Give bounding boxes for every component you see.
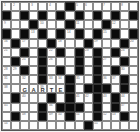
white-cell[interactable] (38, 93, 47, 102)
white-cell[interactable] (111, 39, 120, 48)
clue-number: 51 (76, 112, 79, 115)
clue-number: 11 (76, 21, 79, 24)
white-cell[interactable]: 29 (11, 66, 20, 75)
black-cell (20, 48, 29, 57)
clue-number: 50 (58, 112, 61, 115)
clue-number: 35 (76, 76, 79, 79)
cell-letter: R (41, 87, 45, 90)
cell-letter: E (59, 87, 63, 90)
white-cell[interactable] (120, 11, 129, 20)
clue-number: 19 (94, 39, 97, 42)
white-cell[interactable] (84, 20, 93, 29)
white-cell[interactable] (56, 57, 65, 66)
black-cell (93, 48, 102, 57)
black-cell (56, 11, 65, 20)
black-cell (38, 57, 47, 66)
white-cell[interactable] (129, 48, 138, 57)
black-cell (56, 48, 65, 57)
clue-number: 7 (103, 3, 105, 6)
white-cell[interactable] (29, 39, 38, 48)
white-cell[interactable] (47, 11, 56, 20)
white-cell[interactable]: 16 (2, 39, 11, 48)
clue-number: 29 (13, 67, 16, 70)
clue-number: 9 (4, 21, 6, 24)
black-cell (120, 57, 129, 66)
clue-number: 26 (49, 57, 52, 60)
black-cell (38, 29, 47, 38)
crossword-board: 1234567891011121314151617181920212223242… (1, 1, 139, 131)
white-cell[interactable]: 28 (2, 66, 11, 75)
clue-number: 47 (121, 103, 124, 106)
black-cell (111, 48, 120, 57)
white-cell[interactable] (84, 66, 93, 75)
clue-number: 17 (22, 39, 25, 42)
white-cell[interactable] (65, 39, 74, 48)
black-cell (75, 48, 84, 57)
black-cell (75, 57, 84, 66)
white-cell[interactable] (29, 75, 38, 84)
white-cell[interactable] (11, 84, 20, 93)
black-cell (20, 66, 29, 75)
white-cell[interactable]: 32 (20, 75, 29, 84)
black-cell (56, 29, 65, 38)
white-cell[interactable]: 35 (75, 75, 84, 84)
white-cell[interactable] (56, 2, 65, 11)
clue-number: 27 (103, 57, 106, 60)
black-cell (11, 93, 20, 102)
white-cell[interactable] (75, 84, 84, 93)
clue-number: 36 (103, 76, 106, 79)
white-cell[interactable] (129, 93, 138, 102)
black-cell (75, 29, 84, 38)
white-cell[interactable] (2, 112, 11, 121)
black-cell (47, 39, 56, 48)
white-cell[interactable] (65, 57, 74, 66)
white-cell[interactable] (38, 2, 47, 11)
white-cell[interactable] (47, 121, 56, 130)
white-cell[interactable]: 45 (2, 103, 11, 112)
white-cell[interactable] (129, 57, 138, 66)
white-cell[interactable] (111, 57, 120, 66)
black-cell (102, 84, 111, 93)
black-cell (20, 29, 29, 38)
white-cell[interactable]: 44 (120, 93, 129, 102)
clue-number: 54 (4, 121, 7, 124)
white-cell[interactable]: 11 (75, 20, 84, 29)
white-cell[interactable]: 41 (75, 93, 84, 102)
white-cell[interactable] (75, 39, 84, 48)
white-cell[interactable] (56, 93, 65, 102)
clue-number: 49 (49, 112, 52, 115)
white-cell[interactable] (2, 57, 11, 66)
clue-number: 2 (13, 3, 15, 6)
white-cell[interactable] (129, 84, 138, 93)
white-cell[interactable]: 39R (38, 84, 47, 93)
white-cell[interactable]: 34 (56, 75, 65, 84)
black-cell (2, 29, 11, 38)
black-cell (93, 103, 102, 112)
white-cell[interactable]: 27 (102, 57, 111, 66)
white-cell[interactable]: 36 (102, 75, 111, 84)
white-cell[interactable]: 5 (75, 2, 84, 11)
clue-number: 5 (76, 3, 78, 6)
clue-number: 20 (130, 39, 133, 42)
clue-number: 53 (112, 112, 115, 115)
black-cell (93, 93, 102, 102)
black-cell (84, 84, 93, 93)
white-cell[interactable] (29, 103, 38, 112)
black-cell (38, 112, 47, 121)
white-cell[interactable] (56, 121, 65, 130)
black-cell (47, 93, 56, 102)
white-cell[interactable] (11, 48, 20, 57)
white-cell[interactable]: 9 (2, 20, 11, 29)
clue-number: 15 (103, 30, 106, 33)
clue-number: 14 (67, 30, 70, 33)
clue-number: 4 (49, 3, 51, 6)
white-cell[interactable]: 47 (120, 103, 129, 112)
black-cell (120, 84, 129, 93)
black-cell (120, 39, 129, 48)
white-cell[interactable]: 4 (47, 2, 56, 11)
white-cell[interactable] (102, 121, 111, 130)
white-cell[interactable] (84, 29, 93, 38)
clue-number: 18 (58, 39, 61, 42)
clue-number: 24 (121, 48, 124, 51)
white-cell[interactable]: 12 (111, 20, 120, 29)
white-cell[interactable] (129, 112, 138, 121)
white-cell[interactable] (129, 103, 138, 112)
white-cell[interactable] (102, 48, 111, 57)
clue-number: 22 (49, 48, 52, 51)
white-cell[interactable] (11, 103, 20, 112)
clue-number: 38 (4, 85, 7, 88)
black-cell (38, 11, 47, 20)
white-cell[interactable] (111, 121, 120, 130)
white-cell[interactable] (65, 48, 74, 57)
white-cell[interactable] (102, 66, 111, 75)
white-cell[interactable] (84, 57, 93, 66)
white-cell[interactable]: 53 (111, 112, 120, 121)
white-cell[interactable] (2, 93, 11, 102)
black-cell (75, 11, 84, 20)
clue-number: 1 (4, 3, 6, 6)
white-cell[interactable]: 14 (65, 29, 74, 38)
white-cell[interactable] (11, 29, 20, 38)
black-cell (65, 20, 74, 29)
cell-letter: G (23, 87, 27, 90)
clue-number: 10 (40, 21, 43, 24)
black-cell (65, 84, 74, 93)
black-cell (93, 66, 102, 75)
black-cell (75, 66, 84, 75)
black-cell (111, 11, 120, 20)
white-cell[interactable]: 8 (120, 2, 129, 11)
white-cell[interactable]: 37 (111, 75, 120, 84)
cell-letter: A (32, 87, 36, 90)
white-cell[interactable] (29, 66, 38, 75)
white-cell[interactable] (56, 20, 65, 29)
black-cell (65, 103, 74, 112)
white-cell[interactable] (129, 20, 138, 29)
clue-number: 44 (121, 94, 124, 97)
cell-letter: T (50, 87, 54, 90)
black-cell (20, 11, 29, 20)
white-cell[interactable] (93, 2, 102, 11)
white-cell[interactable]: 42 (84, 93, 93, 102)
white-cell[interactable] (11, 75, 20, 84)
white-cell[interactable]: 51 (75, 112, 84, 121)
black-cell (84, 39, 93, 48)
white-cell[interactable]: 43 (102, 93, 111, 102)
white-cell[interactable]: 7 (102, 2, 111, 11)
white-cell[interactable] (102, 103, 111, 112)
clue-number: 37 (112, 76, 115, 79)
white-cell[interactable]: 20 (129, 39, 138, 48)
white-cell[interactable]: 48 (20, 112, 29, 121)
white-cell[interactable]: 13 (29, 29, 38, 38)
white-cell[interactable] (29, 121, 38, 130)
clue-number: 13 (31, 30, 34, 33)
white-cell[interactable]: 19 (93, 39, 102, 48)
black-cell (111, 29, 120, 38)
clue-number: 31 (4, 76, 7, 79)
white-cell[interactable] (129, 121, 138, 130)
white-cell[interactable] (93, 20, 102, 29)
white-cell[interactable] (20, 2, 29, 11)
white-cell[interactable]: 52 (102, 112, 111, 121)
white-cell[interactable] (120, 29, 129, 38)
white-cell[interactable] (84, 103, 93, 112)
black-cell (102, 20, 111, 29)
black-cell (129, 11, 138, 20)
white-cell[interactable]: 30 (120, 66, 129, 75)
crossword-screenshot: 1234567891011121314151617181920212223242… (0, 0, 140, 132)
white-cell[interactable]: 38 (2, 84, 11, 93)
black-cell (65, 75, 74, 84)
white-cell[interactable] (129, 75, 138, 84)
white-cell[interactable]: 10 (38, 20, 47, 29)
white-cell[interactable] (29, 48, 38, 57)
black-cell (29, 20, 38, 29)
white-cell[interactable]: 46 (47, 103, 56, 112)
clue-number: 28 (4, 67, 7, 70)
white-cell[interactable] (111, 2, 120, 11)
white-cell[interactable] (29, 112, 38, 121)
black-cell (129, 29, 138, 38)
clue-number: 42 (85, 94, 88, 97)
clue-number: 16 (4, 39, 7, 42)
clue-number: 25 (22, 57, 25, 60)
clue-number: 30 (121, 67, 124, 70)
black-cell (11, 112, 20, 121)
clue-number: 34 (58, 76, 61, 79)
clue-number: 41 (76, 94, 79, 97)
black-cell (84, 121, 93, 130)
white-cell[interactable] (75, 121, 84, 130)
white-cell[interactable] (129, 66, 138, 75)
white-cell[interactable]: 1 (2, 2, 11, 11)
white-cell[interactable] (29, 11, 38, 20)
white-cell[interactable]: 26 (47, 57, 56, 66)
white-cell[interactable]: 50 (56, 112, 65, 121)
black-cell (111, 103, 120, 112)
white-cell[interactable]: A (29, 84, 38, 93)
white-cell[interactable]: 18 (56, 39, 65, 48)
black-cell (38, 103, 47, 112)
black-cell (38, 66, 47, 75)
white-cell[interactable] (47, 20, 56, 29)
white-cell[interactable] (65, 66, 74, 75)
white-cell[interactable]: 55 (93, 121, 102, 130)
black-cell (11, 57, 20, 66)
clue-number: 40 (22, 94, 25, 97)
black-cell (120, 112, 129, 121)
clue-number: 32 (22, 76, 25, 79)
black-cell (111, 93, 120, 102)
white-cell[interactable] (29, 57, 38, 66)
black-cell (75, 103, 84, 112)
white-cell[interactable] (20, 103, 29, 112)
white-cell[interactable]: 6 (84, 2, 93, 11)
white-cell[interactable] (29, 93, 38, 102)
white-cell[interactable] (102, 11, 111, 20)
white-cell[interactable] (38, 121, 47, 130)
black-cell (93, 57, 102, 66)
black-cell (93, 75, 102, 84)
clue-number: 3 (31, 3, 33, 6)
clue-number: 45 (4, 103, 7, 106)
white-cell[interactable] (111, 84, 120, 93)
clue-number: 6 (85, 3, 87, 6)
white-cell[interactable]: 23 (84, 48, 93, 57)
white-cell[interactable] (11, 11, 20, 20)
clue-number: 21 (4, 48, 7, 51)
black-cell (56, 66, 65, 75)
white-cell[interactable] (65, 121, 74, 130)
white-cell[interactable] (11, 20, 20, 29)
black-cell (56, 103, 65, 112)
white-cell[interactable] (120, 121, 129, 130)
white-cell[interactable] (38, 39, 47, 48)
white-cell[interactable]: 31 (2, 75, 11, 84)
black-cell (93, 84, 102, 93)
black-cell (93, 29, 102, 38)
black-cell (93, 112, 102, 121)
clue-number: 55 (94, 121, 97, 124)
black-cell (65, 112, 74, 121)
white-cell[interactable] (20, 121, 29, 130)
clue-number: 52 (103, 112, 106, 115)
clue-number: 12 (112, 21, 115, 24)
white-cell[interactable] (84, 11, 93, 20)
clue-number: 46 (49, 103, 52, 106)
white-cell[interactable] (20, 20, 29, 29)
white-cell[interactable] (129, 2, 138, 11)
white-cell[interactable]: 17 (20, 39, 29, 48)
black-cell (38, 48, 47, 57)
white-cell[interactable]: G (20, 84, 29, 93)
white-cell[interactable]: 15 (102, 29, 111, 38)
white-cell[interactable] (11, 121, 20, 130)
white-cell[interactable]: 21 (2, 48, 11, 57)
white-cell[interactable]: E (56, 84, 65, 93)
black-cell (93, 11, 102, 20)
clue-number: 43 (103, 94, 106, 97)
white-cell[interactable] (47, 66, 56, 75)
white-cell[interactable]: 3 (29, 2, 38, 11)
white-cell[interactable]: 49 (47, 112, 56, 121)
white-cell[interactable] (120, 20, 129, 29)
black-cell (38, 75, 47, 84)
white-cell[interactable]: 54 (2, 121, 11, 130)
clue-number: 48 (22, 112, 25, 115)
white-cell[interactable] (102, 39, 111, 48)
white-cell[interactable] (84, 112, 93, 121)
white-cell[interactable]: 24 (120, 48, 129, 57)
white-cell[interactable] (65, 11, 74, 20)
black-cell (11, 39, 20, 48)
black-cell (111, 66, 120, 75)
white-cell[interactable]: 25 (20, 57, 29, 66)
white-cell[interactable]: 2 (11, 2, 20, 11)
black-cell (65, 2, 74, 11)
black-cell (65, 93, 74, 102)
white-cell[interactable]: 22 (47, 48, 56, 57)
black-cell (2, 11, 11, 20)
clue-number: 8 (121, 3, 123, 6)
clue-number: 33 (49, 76, 52, 79)
clue-number: 23 (85, 48, 88, 51)
white-cell[interactable] (84, 75, 93, 84)
black-cell (120, 75, 129, 84)
white-cell[interactable]: T (47, 84, 56, 93)
white-cell[interactable]: 33 (47, 75, 56, 84)
white-cell[interactable] (47, 29, 56, 38)
white-cell[interactable]: 40 (20, 93, 29, 102)
